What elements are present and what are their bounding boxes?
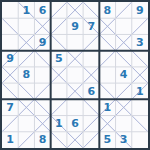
cell-r9-c4[interactable] (51, 132, 67, 148)
cell-r2-c2[interactable] (18, 18, 34, 34)
cell-r6-c8[interactable] (116, 83, 132, 99)
cell-r3-c6[interactable] (83, 34, 99, 50)
cell-r8-c8[interactable] (116, 116, 132, 132)
cell-r3-c1[interactable] (2, 34, 18, 50)
cell-r9-c3[interactable]: 8 (34, 132, 50, 148)
cell-r2-c9[interactable] (132, 18, 148, 34)
cell-r7-c8[interactable] (116, 99, 132, 115)
cell-r8-c1[interactable] (2, 116, 18, 132)
cell-r1-c4[interactable] (51, 2, 67, 18)
cell-r3-c4[interactable] (51, 34, 67, 50)
cell-r6-c4[interactable] (51, 83, 67, 99)
cell-r7-c9[interactable] (132, 99, 148, 115)
cell-r8-c6[interactable] (83, 116, 99, 132)
cell-r2-c5[interactable]: 9 (67, 18, 83, 34)
cell-r7-c5[interactable] (67, 99, 83, 115)
cell-r5-c7[interactable] (99, 67, 115, 83)
cell-r7-c2[interactable] (18, 99, 34, 115)
cell-r3-c9[interactable]: 3 (132, 34, 148, 50)
cell-r3-c7[interactable] (99, 34, 115, 50)
cell-r5-c6[interactable] (83, 67, 99, 83)
cell-r5-c1[interactable] (2, 67, 18, 83)
cell-r4-c1[interactable]: 9 (2, 51, 18, 67)
cell-r5-c2[interactable]: 8 (18, 67, 34, 83)
cell-r8-c2[interactable] (18, 116, 34, 132)
cell-r1-c6[interactable] (83, 2, 99, 18)
cell-r4-c5[interactable] (67, 51, 83, 67)
cell-r8-c3[interactable] (34, 116, 50, 132)
cell-r1-c2[interactable]: 1 (18, 2, 34, 18)
sudoku-cells: 1689979395846171161853 (2, 2, 148, 148)
cell-r9-c7[interactable]: 5 (99, 132, 115, 148)
cell-r1-c8[interactable] (116, 2, 132, 18)
cell-r1-c3[interactable]: 6 (34, 2, 50, 18)
cell-r3-c3[interactable]: 9 (34, 34, 50, 50)
cell-r8-c7[interactable] (99, 116, 115, 132)
cell-r6-c5[interactable] (67, 83, 83, 99)
cell-r4-c6[interactable] (83, 51, 99, 67)
cell-r9-c5[interactable] (67, 132, 83, 148)
cell-r6-c7[interactable] (99, 83, 115, 99)
cell-r9-c1[interactable]: 1 (2, 132, 18, 148)
cell-r6-c6[interactable]: 6 (83, 83, 99, 99)
cell-r5-c5[interactable] (67, 67, 83, 83)
cell-r2-c7[interactable] (99, 18, 115, 34)
cell-r4-c2[interactable] (18, 51, 34, 67)
cell-r5-c3[interactable] (34, 67, 50, 83)
cell-r1-c7[interactable]: 8 (99, 2, 115, 18)
cell-r9-c9[interactable] (132, 132, 148, 148)
cell-r5-c4[interactable] (51, 67, 67, 83)
cell-r1-c5[interactable] (67, 2, 83, 18)
cell-r7-c6[interactable] (83, 99, 99, 115)
cell-r4-c7[interactable] (99, 51, 115, 67)
cell-r1-c1[interactable] (2, 2, 18, 18)
cell-r6-c3[interactable] (34, 83, 50, 99)
sudoku-board: 1689979395846171161853 (0, 0, 150, 150)
cell-r6-c2[interactable] (18, 83, 34, 99)
cell-r6-c9[interactable]: 1 (132, 83, 148, 99)
cell-r5-c8[interactable]: 4 (116, 67, 132, 83)
cell-r8-c4[interactable]: 1 (51, 116, 67, 132)
cell-r3-c8[interactable] (116, 34, 132, 50)
cell-r6-c1[interactable] (2, 83, 18, 99)
cell-r5-c9[interactable] (132, 67, 148, 83)
cell-r4-c4[interactable]: 5 (51, 51, 67, 67)
cell-r1-c9[interactable]: 9 (132, 2, 148, 18)
cell-r4-c9[interactable] (132, 51, 148, 67)
cell-r3-c2[interactable] (18, 34, 34, 50)
cell-r2-c3[interactable] (34, 18, 50, 34)
cell-r2-c1[interactable] (2, 18, 18, 34)
cell-r7-c1[interactable]: 7 (2, 99, 18, 115)
cell-r7-c4[interactable] (51, 99, 67, 115)
cell-r8-c5[interactable]: 6 (67, 116, 83, 132)
cell-r2-c6[interactable]: 7 (83, 18, 99, 34)
cell-r9-c2[interactable] (18, 132, 34, 148)
cell-r2-c8[interactable] (116, 18, 132, 34)
cell-r7-c7[interactable]: 1 (99, 99, 115, 115)
cell-r9-c6[interactable] (83, 132, 99, 148)
cell-r9-c8[interactable]: 3 (116, 132, 132, 148)
cell-r8-c9[interactable] (132, 116, 148, 132)
cell-r4-c8[interactable] (116, 51, 132, 67)
cell-r7-c3[interactable] (34, 99, 50, 115)
cell-r3-c5[interactable] (67, 34, 83, 50)
cell-r2-c4[interactable] (51, 18, 67, 34)
cell-r4-c3[interactable] (34, 51, 50, 67)
